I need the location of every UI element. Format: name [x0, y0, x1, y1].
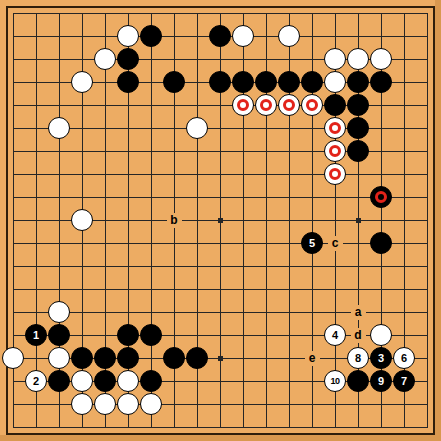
board-edge-bevel: [0, 435, 441, 441]
grid-line-vertical: [427, 13, 428, 428]
move-number-2: 2: [26, 371, 46, 391]
grid-line-horizontal: [13, 243, 428, 244]
star-point: [356, 218, 361, 223]
red-circle-mark: [375, 191, 387, 203]
white-stone[interactable]: 4: [324, 324, 346, 346]
white-stone[interactable]: [324, 71, 346, 93]
white-stone[interactable]: [255, 94, 277, 116]
move-number-3: 3: [371, 348, 391, 368]
black-stone[interactable]: [232, 71, 254, 93]
point-label-d: d: [351, 328, 366, 343]
black-stone[interactable]: [255, 71, 277, 93]
board-edge-bevel: [435, 0, 441, 441]
white-stone[interactable]: [71, 393, 93, 415]
white-stone[interactable]: [94, 48, 116, 70]
white-stone[interactable]: [301, 94, 323, 116]
move-number-7: 7: [394, 371, 414, 391]
white-stone[interactable]: [117, 370, 139, 392]
point-label-c: c: [328, 236, 343, 251]
white-stone[interactable]: [48, 301, 70, 323]
white-stone[interactable]: [71, 209, 93, 231]
white-stone[interactable]: [370, 324, 392, 346]
black-stone[interactable]: [370, 186, 392, 208]
white-stone[interactable]: [370, 48, 392, 70]
black-stone[interactable]: [117, 324, 139, 346]
black-stone[interactable]: [94, 347, 116, 369]
white-stone[interactable]: [347, 48, 369, 70]
black-stone[interactable]: [347, 94, 369, 116]
black-stone[interactable]: [140, 370, 162, 392]
white-stone[interactable]: [278, 25, 300, 47]
white-stone[interactable]: [324, 140, 346, 162]
go-diagram: 51483621097abcde: [0, 0, 441, 441]
red-circle-mark: [329, 168, 341, 180]
red-circle-mark: [306, 99, 318, 111]
red-circle-mark: [329, 145, 341, 157]
white-stone[interactable]: 2: [25, 370, 47, 392]
white-stone[interactable]: [48, 117, 70, 139]
move-number-1: 1: [26, 325, 46, 345]
white-stone[interactable]: [71, 71, 93, 93]
black-stone[interactable]: [163, 347, 185, 369]
black-stone[interactable]: [209, 71, 231, 93]
white-stone[interactable]: [324, 117, 346, 139]
grid-line-horizontal: [13, 197, 428, 198]
point-label-a: a: [351, 305, 366, 320]
grid-line-horizontal: [13, 289, 428, 290]
white-stone[interactable]: [2, 347, 24, 369]
black-stone[interactable]: [324, 94, 346, 116]
grid-line-horizontal: [13, 427, 428, 428]
black-stone[interactable]: 5: [301, 232, 323, 254]
black-stone[interactable]: [94, 370, 116, 392]
black-stone[interactable]: [186, 347, 208, 369]
black-stone[interactable]: [278, 71, 300, 93]
black-stone[interactable]: [48, 324, 70, 346]
white-stone[interactable]: [71, 370, 93, 392]
red-circle-mark: [329, 122, 341, 134]
black-stone[interactable]: [48, 370, 70, 392]
white-stone[interactable]: [48, 347, 70, 369]
grid-line-horizontal: [13, 13, 428, 14]
move-number-8: 8: [348, 348, 368, 368]
grid-line-vertical: [36, 13, 37, 428]
point-label-b: b: [167, 213, 182, 228]
black-stone[interactable]: [370, 71, 392, 93]
black-stone[interactable]: 9: [370, 370, 392, 392]
white-stone[interactable]: 10: [324, 370, 346, 392]
white-stone[interactable]: 8: [347, 347, 369, 369]
move-number-10: 10: [325, 371, 345, 391]
black-stone[interactable]: [370, 232, 392, 254]
move-number-9: 9: [371, 371, 391, 391]
move-number-4: 4: [325, 325, 345, 345]
black-stone[interactable]: 1: [25, 324, 47, 346]
white-stone[interactable]: [186, 117, 208, 139]
black-stone[interactable]: [209, 25, 231, 47]
black-stone[interactable]: [117, 71, 139, 93]
black-stone[interactable]: 7: [393, 370, 415, 392]
white-stone[interactable]: [232, 94, 254, 116]
white-stone[interactable]: [278, 94, 300, 116]
white-stone[interactable]: [324, 163, 346, 185]
white-stone[interactable]: [117, 25, 139, 47]
black-stone[interactable]: [140, 25, 162, 47]
black-stone[interactable]: 3: [370, 347, 392, 369]
grid-line-vertical: [151, 13, 152, 428]
red-circle-mark: [283, 99, 295, 111]
grid-line-horizontal: [13, 266, 428, 267]
black-stone[interactable]: [117, 347, 139, 369]
black-stone[interactable]: [347, 370, 369, 392]
white-stone[interactable]: [94, 393, 116, 415]
black-stone[interactable]: [163, 71, 185, 93]
black-stone[interactable]: [140, 324, 162, 346]
white-stone[interactable]: [232, 25, 254, 47]
grid-line-horizontal: [13, 174, 428, 175]
move-number-6: 6: [394, 348, 414, 368]
grid-line-horizontal: [13, 312, 428, 313]
white-stone[interactable]: [324, 48, 346, 70]
star-point: [218, 218, 223, 223]
point-label-e: e: [305, 351, 320, 366]
grid-line-horizontal: [13, 335, 428, 336]
star-point: [218, 356, 223, 361]
red-circle-mark: [260, 99, 272, 111]
black-stone[interactable]: [347, 140, 369, 162]
black-stone[interactable]: [347, 71, 369, 93]
go-board[interactable]: 51483621097abcde: [0, 0, 441, 441]
black-stone[interactable]: [71, 347, 93, 369]
move-number-5: 5: [302, 233, 322, 253]
black-stone[interactable]: [301, 71, 323, 93]
red-circle-mark: [237, 99, 249, 111]
black-stone[interactable]: [117, 48, 139, 70]
black-stone[interactable]: [347, 117, 369, 139]
white-stone[interactable]: [117, 393, 139, 415]
white-stone[interactable]: 6: [393, 347, 415, 369]
white-stone[interactable]: [140, 393, 162, 415]
